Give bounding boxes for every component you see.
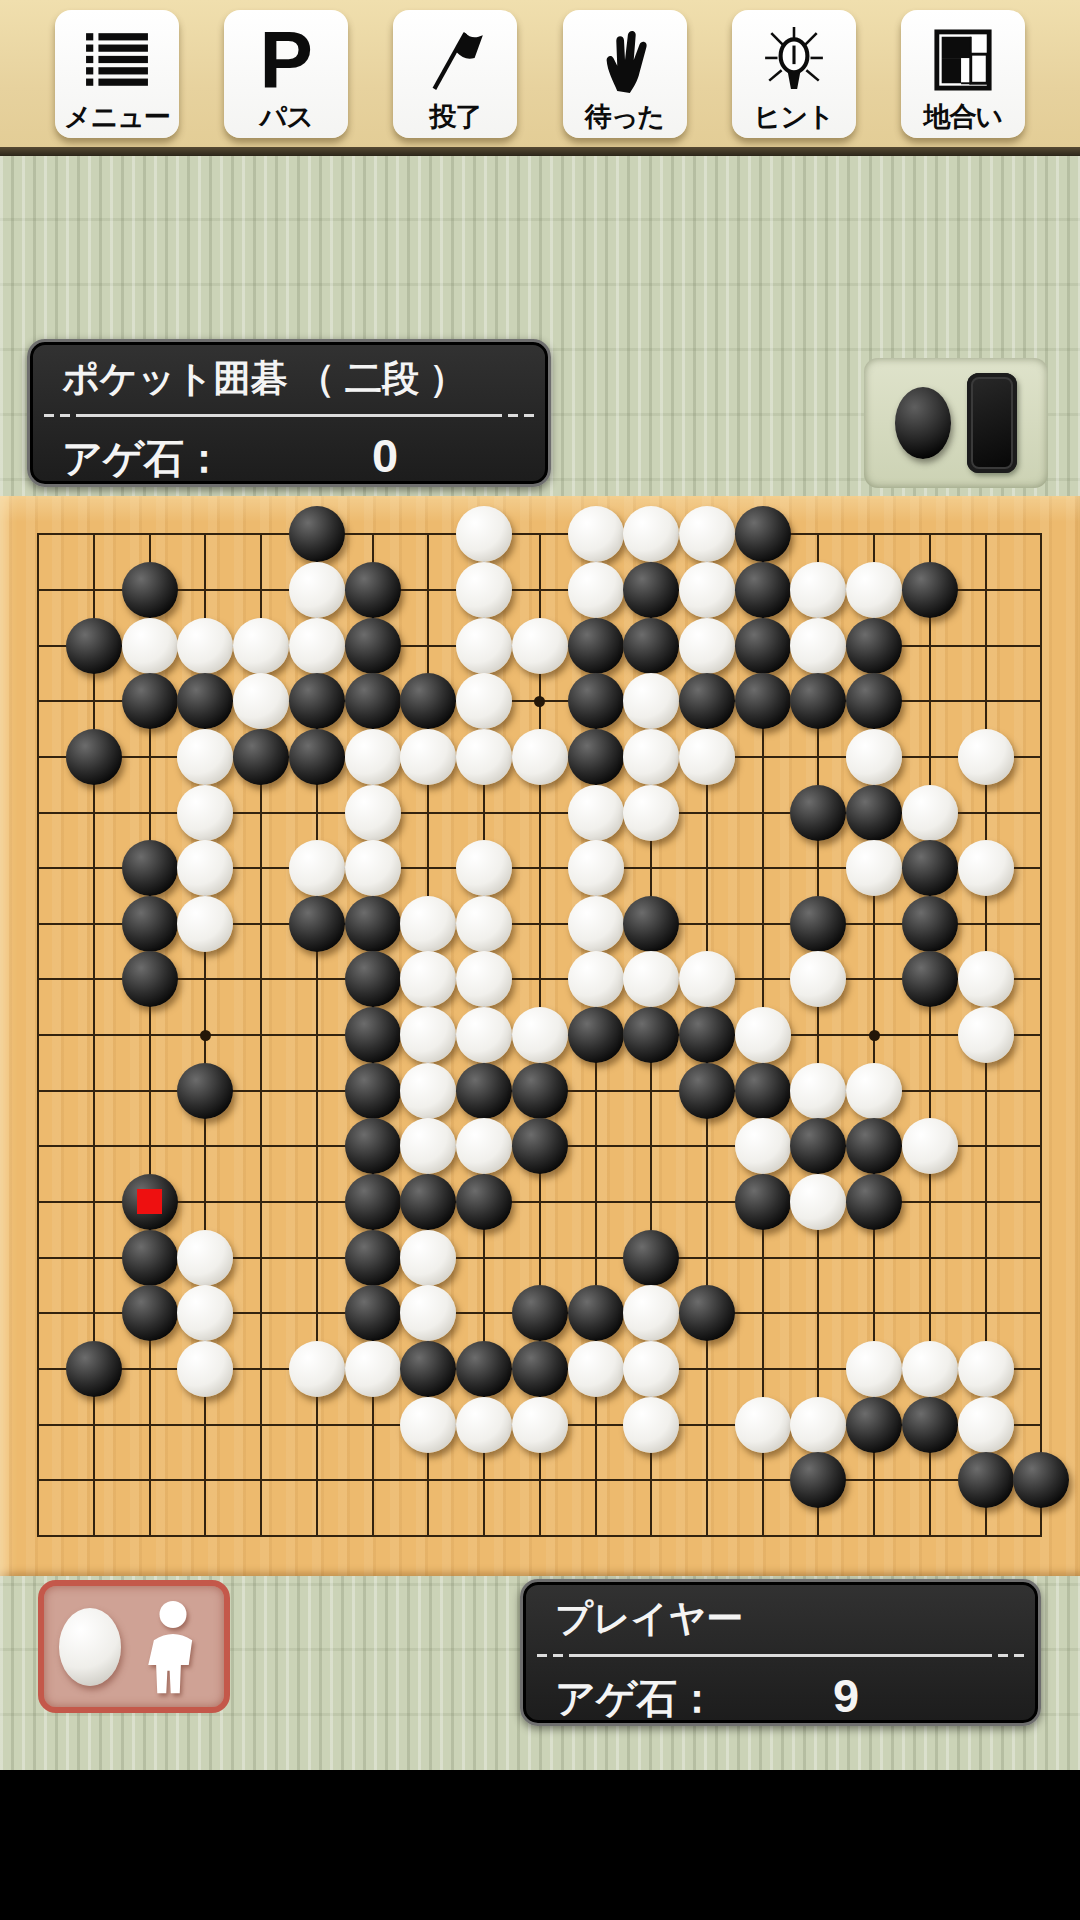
grid-line-h — [37, 1535, 1042, 1537]
stone-white — [289, 840, 345, 896]
menu-label: メニュー — [64, 102, 170, 132]
stone-white — [512, 618, 568, 674]
stone-black — [66, 618, 122, 674]
stone-white — [345, 729, 401, 785]
stone-white — [958, 1007, 1014, 1063]
stone-black — [623, 896, 679, 952]
stone-black — [846, 1397, 902, 1453]
stone-black — [345, 1174, 401, 1230]
menu-button[interactable]: メニュー — [55, 10, 179, 138]
stone-white — [400, 1285, 456, 1341]
stone-white — [177, 896, 233, 952]
stone-white — [233, 618, 289, 674]
stone-white — [958, 951, 1014, 1007]
stone-white — [735, 1118, 791, 1174]
resign-label: 投了 — [429, 102, 481, 132]
stone-white — [846, 729, 902, 785]
stone-white — [790, 951, 846, 1007]
stone-white — [623, 951, 679, 1007]
stone-white — [456, 1007, 512, 1063]
bottom-letterbox — [0, 1770, 1080, 1920]
star-point — [200, 1030, 211, 1041]
stone-black — [790, 785, 846, 841]
stone-white — [456, 729, 512, 785]
stone-black — [400, 1341, 456, 1397]
stone-black — [122, 896, 178, 952]
stone-white — [512, 729, 568, 785]
stone-white — [958, 1341, 1014, 1397]
stone-black — [679, 1007, 735, 1063]
white-stone-icon — [59, 1608, 121, 1686]
stone-white — [958, 1397, 1014, 1453]
stone-black — [122, 562, 178, 618]
opponent-captures-label: アゲ石： — [62, 431, 224, 486]
opponent-captures: アゲ石： 0 — [62, 428, 398, 486]
stone-black — [345, 951, 401, 1007]
phone-icon — [967, 373, 1017, 473]
stone-black — [735, 673, 791, 729]
opponent-panel-divider — [44, 414, 534, 417]
stone-white — [846, 840, 902, 896]
stone-black — [958, 1452, 1014, 1508]
player-panel: プレイヤー アゲ石： 9 — [520, 1579, 1041, 1726]
stone-white — [958, 729, 1014, 785]
stone-white — [400, 951, 456, 1007]
pass-button[interactable]: P パス — [224, 10, 348, 138]
stone-white — [846, 562, 902, 618]
stone-black — [623, 1007, 679, 1063]
player-captures: アゲ石： 9 — [555, 1668, 859, 1726]
stone-black — [66, 1341, 122, 1397]
stone-white — [790, 618, 846, 674]
stone-white — [456, 1397, 512, 1453]
stone-white — [289, 1341, 345, 1397]
stone-white — [623, 1341, 679, 1397]
black-stone-icon — [895, 387, 951, 459]
undo-hand-icon — [594, 18, 656, 102]
stone-black — [177, 1063, 233, 1119]
stone-black — [289, 673, 345, 729]
stone-white — [568, 840, 624, 896]
stone-white — [345, 1341, 401, 1397]
stone-black — [345, 562, 401, 618]
stone-white — [456, 1118, 512, 1174]
stone-black — [345, 896, 401, 952]
stone-black — [456, 1174, 512, 1230]
stone-black — [122, 840, 178, 896]
resign-button[interactable]: 投了 — [393, 10, 517, 138]
stone-black — [233, 729, 289, 785]
stone-white — [289, 562, 345, 618]
stone-white — [846, 1063, 902, 1119]
star-point — [869, 1030, 880, 1041]
stone-white — [958, 840, 1014, 896]
stone-white — [233, 673, 289, 729]
hint-button[interactable]: ヒント — [732, 10, 856, 138]
stone-black — [289, 896, 345, 952]
stone-white — [177, 1341, 233, 1397]
stone-black — [122, 673, 178, 729]
stone-black — [512, 1063, 568, 1119]
stone-black — [846, 673, 902, 729]
stone-white — [456, 562, 512, 618]
go-board[interactable] — [0, 496, 1080, 1576]
opponent-name: ポケット囲碁 （ 二段 ） — [62, 354, 466, 404]
stone-black — [902, 840, 958, 896]
stone-white — [177, 1285, 233, 1341]
stone-black — [345, 618, 401, 674]
stone-white — [568, 896, 624, 952]
hint-label: ヒント — [754, 102, 834, 132]
stone-black — [568, 729, 624, 785]
stone-black — [902, 951, 958, 1007]
stone-white — [623, 729, 679, 785]
person-icon — [137, 1599, 209, 1695]
stone-black — [846, 618, 902, 674]
stone-white — [790, 1063, 846, 1119]
territory-label: 地合い — [924, 102, 1003, 132]
stone-black — [735, 562, 791, 618]
stone-white — [177, 785, 233, 841]
stone-white — [902, 785, 958, 841]
stone-white — [790, 1174, 846, 1230]
stone-white — [177, 1230, 233, 1286]
stone-black — [345, 1007, 401, 1063]
stone-white — [679, 618, 735, 674]
stone-white — [177, 840, 233, 896]
pass-p-icon: P — [260, 18, 313, 102]
opponent-color-tray — [864, 358, 1048, 488]
stone-black — [345, 673, 401, 729]
stone-white — [177, 729, 233, 785]
last-move-marker — [137, 1189, 162, 1214]
stone-black — [1013, 1452, 1069, 1508]
stone-white — [735, 1397, 791, 1453]
stone-white — [400, 729, 456, 785]
stone-black — [122, 951, 178, 1007]
stone-black — [790, 673, 846, 729]
stone-white — [679, 951, 735, 1007]
stone-black — [902, 896, 958, 952]
stone-white — [456, 951, 512, 1007]
hint-bulb-icon — [761, 18, 827, 102]
stone-white — [902, 1118, 958, 1174]
grid-line-v — [1040, 533, 1042, 1537]
player-color-tray — [38, 1580, 230, 1713]
stone-black — [568, 673, 624, 729]
stone-black — [735, 1063, 791, 1119]
stone-white — [679, 562, 735, 618]
stone-white — [568, 785, 624, 841]
stone-white — [623, 1397, 679, 1453]
stone-black — [679, 1285, 735, 1341]
stone-black — [623, 618, 679, 674]
app-screen: メニュー P パス 投了 待った — [0, 0, 1080, 1920]
stone-white — [456, 896, 512, 952]
territory-button[interactable]: 地合い — [901, 10, 1025, 138]
opponent-panel: ポケット囲碁 （ 二段 ） アゲ石： 0 — [27, 339, 551, 487]
stone-white — [790, 1397, 846, 1453]
stone-white — [623, 673, 679, 729]
stone-white — [400, 896, 456, 952]
stone-black — [512, 1341, 568, 1397]
undo-label: 待った — [585, 102, 664, 132]
stone-black — [846, 1118, 902, 1174]
stone-white — [568, 506, 624, 562]
player-captures-count: 9 — [833, 1668, 859, 1723]
toolbar-divider — [0, 147, 1080, 156]
stone-black — [902, 562, 958, 618]
stone-white — [846, 1341, 902, 1397]
stone-black — [568, 1007, 624, 1063]
stone-white — [400, 1007, 456, 1063]
resign-flag-icon — [422, 18, 488, 102]
stone-black — [456, 1063, 512, 1119]
stone-white — [456, 840, 512, 896]
stone-white — [679, 506, 735, 562]
stone-black — [400, 1174, 456, 1230]
stone-black — [790, 1118, 846, 1174]
player-name: プレイヤー — [555, 1594, 743, 1644]
stone-white — [512, 1397, 568, 1453]
stone-white — [679, 729, 735, 785]
stone-black — [623, 1230, 679, 1286]
stone-black — [846, 785, 902, 841]
stone-black — [456, 1341, 512, 1397]
stone-black — [568, 618, 624, 674]
toolbar: メニュー P パス 投了 待った — [0, 0, 1080, 147]
stone-black — [289, 729, 345, 785]
stone-black — [345, 1230, 401, 1286]
stone-black — [177, 673, 233, 729]
stone-black — [512, 1285, 568, 1341]
stone-black — [790, 1452, 846, 1508]
menu-icon — [84, 18, 150, 102]
grid-line-h — [37, 1479, 1042, 1481]
stone-black — [400, 673, 456, 729]
stone-white — [456, 618, 512, 674]
stone-white — [902, 1341, 958, 1397]
stone-black — [345, 1063, 401, 1119]
undo-button[interactable]: 待った — [563, 10, 687, 138]
stone-white — [735, 1007, 791, 1063]
stone-white — [623, 1285, 679, 1341]
stone-black — [512, 1118, 568, 1174]
stone-white — [345, 840, 401, 896]
stone-white — [456, 673, 512, 729]
stone-black — [902, 1397, 958, 1453]
stone-white — [122, 618, 178, 674]
stone-black — [846, 1174, 902, 1230]
stone-black — [679, 1063, 735, 1119]
pass-label: パス — [260, 102, 313, 132]
stone-black — [568, 1285, 624, 1341]
stone-white — [289, 618, 345, 674]
stone-black — [345, 1285, 401, 1341]
player-captures-label: アゲ石： — [555, 1671, 717, 1726]
territory-icon — [932, 18, 994, 102]
stone-black — [289, 506, 345, 562]
stone-white — [623, 506, 679, 562]
stone-white — [790, 562, 846, 618]
stone-black — [679, 673, 735, 729]
stone-black — [735, 618, 791, 674]
stone-white — [400, 1397, 456, 1453]
stone-black — [790, 896, 846, 952]
stone-black — [735, 506, 791, 562]
stone-black — [623, 562, 679, 618]
stone-white — [568, 1341, 624, 1397]
stone-black — [122, 1230, 178, 1286]
opponent-captures-count: 0 — [372, 428, 398, 483]
stone-black — [345, 1118, 401, 1174]
stone-black — [122, 1285, 178, 1341]
stone-white — [623, 785, 679, 841]
stone-white — [400, 1230, 456, 1286]
stone-white — [400, 1063, 456, 1119]
stone-white — [568, 951, 624, 1007]
stone-white — [456, 506, 512, 562]
player-panel-divider — [537, 1654, 1024, 1657]
stone-white — [512, 1007, 568, 1063]
stone-black — [735, 1174, 791, 1230]
stone-white — [345, 785, 401, 841]
star-point — [534, 696, 545, 707]
stone-white — [177, 618, 233, 674]
stone-white — [568, 562, 624, 618]
stone-white — [400, 1118, 456, 1174]
stone-black — [66, 729, 122, 785]
